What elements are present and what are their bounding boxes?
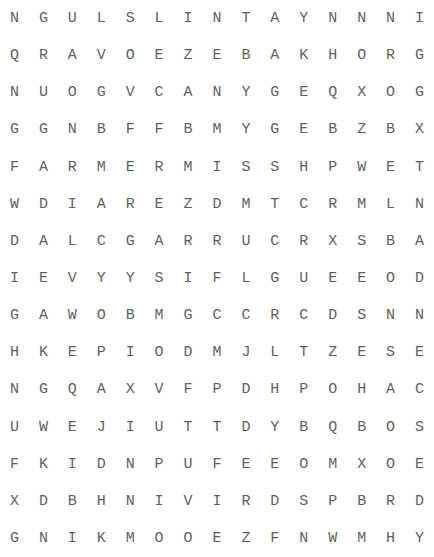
grid-cell-r5c10[interactable]: S bbox=[260, 149, 289, 186]
grid-cell-r8c8[interactable]: F bbox=[203, 260, 232, 297]
grid-cell-r14c10[interactable]: D bbox=[260, 483, 289, 520]
grid-cell-r11c7[interactable]: F bbox=[174, 371, 203, 408]
grid-cell-r14c4[interactable]: H bbox=[87, 483, 116, 520]
grid-cell-r5c14[interactable]: E bbox=[376, 149, 405, 186]
grid-cell-r12c8[interactable]: T bbox=[203, 408, 232, 445]
grid-cell-r14c14[interactable]: R bbox=[376, 483, 405, 520]
grid-cell-r15c15[interactable]: Y bbox=[405, 520, 434, 557]
grid-cell-r7c12[interactable]: X bbox=[318, 223, 347, 260]
grid-cell-r11c12[interactable]: O bbox=[318, 371, 347, 408]
grid-cell-r10c11[interactable]: T bbox=[289, 334, 318, 371]
grid-cell-r7c15[interactable]: A bbox=[405, 223, 434, 260]
grid-cell-r4c10[interactable]: G bbox=[260, 111, 289, 148]
grid-cell-r5c7[interactable]: M bbox=[174, 149, 203, 186]
grid-cell-r9c7[interactable]: G bbox=[174, 297, 203, 334]
grid-cell-r8c10[interactable]: G bbox=[260, 260, 289, 297]
grid-cell-r2c9[interactable]: B bbox=[231, 37, 260, 74]
grid-cell-r3c4[interactable]: G bbox=[87, 74, 116, 111]
grid-cell-r8c12[interactable]: E bbox=[318, 260, 347, 297]
grid-cell-r2c3[interactable]: A bbox=[58, 37, 87, 74]
grid-cell-r13c15[interactable]: E bbox=[405, 446, 434, 483]
grid-cell-r4c8[interactable]: M bbox=[203, 111, 232, 148]
grid-cell-r5c12[interactable]: P bbox=[318, 149, 347, 186]
grid-cell-r4c2[interactable]: G bbox=[29, 111, 58, 148]
grid-cell-r1c7[interactable]: I bbox=[174, 0, 203, 37]
grid-cell-r9c5[interactable]: B bbox=[116, 297, 145, 334]
grid-cell-r5c6[interactable]: R bbox=[145, 149, 174, 186]
grid-cell-r6c6[interactable]: E bbox=[145, 186, 174, 223]
grid-cell-r4c9[interactable]: Y bbox=[231, 111, 260, 148]
grid-cell-r10c13[interactable]: E bbox=[347, 334, 376, 371]
grid-cell-r14c9[interactable]: R bbox=[231, 483, 260, 520]
grid-cell-r11c4[interactable]: A bbox=[87, 371, 116, 408]
grid-cell-r10c7[interactable]: D bbox=[174, 334, 203, 371]
grid-cell-r12c6[interactable]: U bbox=[145, 408, 174, 445]
grid-cell-r8c1[interactable]: I bbox=[0, 260, 29, 297]
grid-cell-r3c1[interactable]: N bbox=[0, 74, 29, 111]
grid-cell-r9c3[interactable]: W bbox=[58, 297, 87, 334]
grid-cell-r14c11[interactable]: S bbox=[289, 483, 318, 520]
grid-cell-r4c15[interactable]: X bbox=[405, 111, 434, 148]
grid-cell-r13c7[interactable]: U bbox=[174, 446, 203, 483]
grid-cell-r7c4[interactable]: C bbox=[87, 223, 116, 260]
grid-cell-r9c9[interactable]: C bbox=[231, 297, 260, 334]
grid-cell-r14c12[interactable]: P bbox=[318, 483, 347, 520]
grid-cell-r7c1[interactable]: D bbox=[0, 223, 29, 260]
grid-cell-r11c11[interactable]: P bbox=[289, 371, 318, 408]
grid-cell-r14c13[interactable]: B bbox=[347, 483, 376, 520]
grid-cell-r13c6[interactable]: P bbox=[145, 446, 174, 483]
grid-cell-r12c2[interactable]: W bbox=[29, 408, 58, 445]
grid-cell-r9c6[interactable]: M bbox=[145, 297, 174, 334]
grid-cell-r7c2[interactable]: A bbox=[29, 223, 58, 260]
grid-cell-r14c3[interactable]: B bbox=[58, 483, 87, 520]
grid-cell-r1c13[interactable]: N bbox=[347, 0, 376, 37]
grid-cell-r12c7[interactable]: T bbox=[174, 408, 203, 445]
grid-cell-r2c6[interactable]: E bbox=[145, 37, 174, 74]
grid-cell-r5c1[interactable]: F bbox=[0, 149, 29, 186]
grid-cell-r6c2[interactable]: D bbox=[29, 186, 58, 223]
grid-cell-r7c11[interactable]: R bbox=[289, 223, 318, 260]
grid-cell-r12c14[interactable]: O bbox=[376, 408, 405, 445]
grid-cell-r12c9[interactable]: D bbox=[231, 408, 260, 445]
grid-cell-r6c1[interactable]: W bbox=[0, 186, 29, 223]
grid-cell-r11c3[interactable]: Q bbox=[58, 371, 87, 408]
grid-cell-r8c9[interactable]: L bbox=[231, 260, 260, 297]
grid-cell-r13c9[interactable]: E bbox=[231, 446, 260, 483]
grid-cell-r3c7[interactable]: A bbox=[174, 74, 203, 111]
grid-cell-r2c13[interactable]: O bbox=[347, 37, 376, 74]
grid-cell-r4c3[interactable]: N bbox=[58, 111, 87, 148]
grid-cell-r3c8[interactable]: N bbox=[203, 74, 232, 111]
grid-cell-r2c8[interactable]: E bbox=[203, 37, 232, 74]
grid-cell-r6c12[interactable]: R bbox=[318, 186, 347, 223]
grid-cell-r5c2[interactable]: A bbox=[29, 149, 58, 186]
grid-cell-r15c14[interactable]: H bbox=[376, 520, 405, 557]
grid-cell-r13c13[interactable]: X bbox=[347, 446, 376, 483]
grid-cell-r8c7[interactable]: I bbox=[174, 260, 203, 297]
grid-cell-r14c8[interactable]: I bbox=[203, 483, 232, 520]
grid-cell-r2c11[interactable]: K bbox=[289, 37, 318, 74]
grid-cell-r8c11[interactable]: U bbox=[289, 260, 318, 297]
grid-cell-r5c3[interactable]: R bbox=[58, 149, 87, 186]
grid-cell-r12c10[interactable]: Y bbox=[260, 408, 289, 445]
grid-cell-r8c14[interactable]: O bbox=[376, 260, 405, 297]
grid-cell-r6c15[interactable]: N bbox=[405, 186, 434, 223]
grid-cell-r7c6[interactable]: A bbox=[145, 223, 174, 260]
grid-cell-r13c12[interactable]: M bbox=[318, 446, 347, 483]
grid-cell-r4c12[interactable]: B bbox=[318, 111, 347, 148]
grid-cell-r12c1[interactable]: U bbox=[0, 408, 29, 445]
grid-cell-r9c11[interactable]: C bbox=[289, 297, 318, 334]
grid-cell-r3c5[interactable]: V bbox=[116, 74, 145, 111]
grid-cell-r7c5[interactable]: G bbox=[116, 223, 145, 260]
grid-cell-r2c10[interactable]: A bbox=[260, 37, 289, 74]
grid-cell-r14c6[interactable]: I bbox=[145, 483, 174, 520]
grid-cell-r1c12[interactable]: N bbox=[318, 0, 347, 37]
grid-cell-r2c15[interactable]: G bbox=[405, 37, 434, 74]
grid-cell-r14c7[interactable]: V bbox=[174, 483, 203, 520]
grid-cell-r13c3[interactable]: I bbox=[58, 446, 87, 483]
grid-cell-r13c10[interactable]: E bbox=[260, 446, 289, 483]
grid-cell-r13c14[interactable]: O bbox=[376, 446, 405, 483]
grid-cell-r7c7[interactable]: R bbox=[174, 223, 203, 260]
grid-cell-r3c15[interactable]: G bbox=[405, 74, 434, 111]
grid-cell-r12c5[interactable]: I bbox=[116, 408, 145, 445]
grid-cell-r12c4[interactable]: J bbox=[87, 408, 116, 445]
grid-cell-r5c8[interactable]: I bbox=[203, 149, 232, 186]
grid-cell-r1c5[interactable]: S bbox=[116, 0, 145, 37]
grid-cell-r11c15[interactable]: C bbox=[405, 371, 434, 408]
grid-cell-r5c5[interactable]: E bbox=[116, 149, 145, 186]
grid-cell-r2c5[interactable]: O bbox=[116, 37, 145, 74]
grid-cell-r1c9[interactable]: T bbox=[231, 0, 260, 37]
grid-cell-r15c4[interactable]: K bbox=[87, 520, 116, 557]
grid-cell-r2c1[interactable]: Q bbox=[0, 37, 29, 74]
grid-cell-r6c4[interactable]: A bbox=[87, 186, 116, 223]
grid-cell-r10c2[interactable]: K bbox=[29, 334, 58, 371]
grid-cell-r1c14[interactable]: N bbox=[376, 0, 405, 37]
grid-cell-r14c15[interactable]: D bbox=[405, 483, 434, 520]
grid-cell-r10c6[interactable]: O bbox=[145, 334, 174, 371]
grid-cell-r6c7[interactable]: Z bbox=[174, 186, 203, 223]
grid-cell-r13c4[interactable]: D bbox=[87, 446, 116, 483]
grid-cell-r7c9[interactable]: U bbox=[231, 223, 260, 260]
grid-cell-r15c1[interactable]: G bbox=[0, 520, 29, 557]
grid-cell-r7c10[interactable]: C bbox=[260, 223, 289, 260]
grid-cell-r1c10[interactable]: A bbox=[260, 0, 289, 37]
grid-cell-r2c4[interactable]: V bbox=[87, 37, 116, 74]
grid-cell-r8c2[interactable]: E bbox=[29, 260, 58, 297]
grid-cell-r10c15[interactable]: E bbox=[405, 334, 434, 371]
grid-cell-r9c8[interactable]: C bbox=[203, 297, 232, 334]
grid-cell-r6c9[interactable]: M bbox=[231, 186, 260, 223]
grid-cell-r3c6[interactable]: C bbox=[145, 74, 174, 111]
grid-cell-r4c6[interactable]: F bbox=[145, 111, 174, 148]
grid-cell-r4c14[interactable]: B bbox=[376, 111, 405, 148]
grid-cell-r10c3[interactable]: E bbox=[58, 334, 87, 371]
grid-cell-r11c10[interactable]: H bbox=[260, 371, 289, 408]
grid-cell-r13c1[interactable]: F bbox=[0, 446, 29, 483]
grid-cell-r8c15[interactable]: D bbox=[405, 260, 434, 297]
grid-cell-r15c12[interactable]: W bbox=[318, 520, 347, 557]
grid-cell-r9c13[interactable]: S bbox=[347, 297, 376, 334]
grid-cell-r6c14[interactable]: L bbox=[376, 186, 405, 223]
grid-cell-r7c13[interactable]: S bbox=[347, 223, 376, 260]
grid-cell-r10c12[interactable]: Z bbox=[318, 334, 347, 371]
grid-cell-r1c8[interactable]: N bbox=[203, 0, 232, 37]
grid-cell-r11c9[interactable]: D bbox=[231, 371, 260, 408]
grid-cell-r6c3[interactable]: I bbox=[58, 186, 87, 223]
grid-cell-r11c14[interactable]: A bbox=[376, 371, 405, 408]
grid-cell-r9c12[interactable]: D bbox=[318, 297, 347, 334]
grid-cell-r1c3[interactable]: U bbox=[58, 0, 87, 37]
grid-cell-r8c13[interactable]: E bbox=[347, 260, 376, 297]
grid-cell-r5c15[interactable]: T bbox=[405, 149, 434, 186]
grid-cell-r15c13[interactable]: M bbox=[347, 520, 376, 557]
grid-cell-r15c5[interactable]: M bbox=[116, 520, 145, 557]
grid-cell-r15c2[interactable]: N bbox=[29, 520, 58, 557]
grid-cell-r8c6[interactable]: S bbox=[145, 260, 174, 297]
grid-cell-r3c3[interactable]: O bbox=[58, 74, 87, 111]
word-search-grid: NGULSLINTAYNNNIQRAVOEZEBAKHORGNUOGVCANYG… bbox=[0, 0, 434, 557]
grid-cell-r13c8[interactable]: F bbox=[203, 446, 232, 483]
grid-cell-r4c4[interactable]: B bbox=[87, 111, 116, 148]
grid-cell-r5c13[interactable]: W bbox=[347, 149, 376, 186]
grid-cell-r6c5[interactable]: R bbox=[116, 186, 145, 223]
grid-cell-r10c10[interactable]: L bbox=[260, 334, 289, 371]
grid-cell-r10c4[interactable]: P bbox=[87, 334, 116, 371]
grid-cell-r11c2[interactable]: G bbox=[29, 371, 58, 408]
grid-cell-r9c1[interactable]: G bbox=[0, 297, 29, 334]
grid-cell-r9c4[interactable]: O bbox=[87, 297, 116, 334]
grid-cell-r14c2[interactable]: D bbox=[29, 483, 58, 520]
grid-cell-r2c2[interactable]: R bbox=[29, 37, 58, 74]
grid-cell-r3c11[interactable]: E bbox=[289, 74, 318, 111]
grid-cell-r10c14[interactable]: S bbox=[376, 334, 405, 371]
grid-cell-r6c13[interactable]: M bbox=[347, 186, 376, 223]
grid-cell-r12c15[interactable]: S bbox=[405, 408, 434, 445]
grid-cell-r11c8[interactable]: P bbox=[203, 371, 232, 408]
grid-cell-r9c10[interactable]: R bbox=[260, 297, 289, 334]
grid-cell-r9c15[interactable]: N bbox=[405, 297, 434, 334]
grid-cell-r10c1[interactable]: H bbox=[0, 334, 29, 371]
grid-cell-r3c13[interactable]: X bbox=[347, 74, 376, 111]
grid-cell-r3c14[interactable]: O bbox=[376, 74, 405, 111]
grid-cell-r15c9[interactable]: Z bbox=[231, 520, 260, 557]
grid-cell-r15c8[interactable]: E bbox=[203, 520, 232, 557]
grid-cell-r11c1[interactable]: N bbox=[0, 371, 29, 408]
grid-cell-r14c1[interactable]: X bbox=[0, 483, 29, 520]
grid-cell-r10c8[interactable]: M bbox=[203, 334, 232, 371]
grid-cell-r3c2[interactable]: U bbox=[29, 74, 58, 111]
grid-cell-r1c15[interactable]: I bbox=[405, 0, 434, 37]
grid-cell-r9c2[interactable]: A bbox=[29, 297, 58, 334]
grid-cell-r8c5[interactable]: Y bbox=[116, 260, 145, 297]
grid-cell-r7c8[interactable]: R bbox=[203, 223, 232, 260]
grid-cell-r14c5[interactable]: N bbox=[116, 483, 145, 520]
grid-cell-r12c12[interactable]: Q bbox=[318, 408, 347, 445]
grid-cell-r4c1[interactable]: G bbox=[0, 111, 29, 148]
grid-cell-r3c10[interactable]: G bbox=[260, 74, 289, 111]
grid-cell-r9c14[interactable]: N bbox=[376, 297, 405, 334]
grid-cell-r8c3[interactable]: V bbox=[58, 260, 87, 297]
grid-cell-r13c11[interactable]: O bbox=[289, 446, 318, 483]
grid-cell-r6c10[interactable]: T bbox=[260, 186, 289, 223]
grid-cell-r15c3[interactable]: I bbox=[58, 520, 87, 557]
grid-cell-r3c12[interactable]: Q bbox=[318, 74, 347, 111]
grid-cell-r7c14[interactable]: B bbox=[376, 223, 405, 260]
grid-cell-r11c6[interactable]: V bbox=[145, 371, 174, 408]
grid-cell-r5c11[interactable]: H bbox=[289, 149, 318, 186]
grid-cell-r6c11[interactable]: C bbox=[289, 186, 318, 223]
grid-cell-r11c5[interactable]: X bbox=[116, 371, 145, 408]
grid-cell-r5c4[interactable]: M bbox=[87, 149, 116, 186]
grid-cell-r15c7[interactable]: O bbox=[174, 520, 203, 557]
grid-cell-r13c2[interactable]: K bbox=[29, 446, 58, 483]
grid-cell-r2c7[interactable]: Z bbox=[174, 37, 203, 74]
grid-cell-r5c9[interactable]: S bbox=[231, 149, 260, 186]
grid-cell-r13c5[interactable]: N bbox=[116, 446, 145, 483]
grid-cell-r4c7[interactable]: B bbox=[174, 111, 203, 148]
grid-cell-r3c9[interactable]: Y bbox=[231, 74, 260, 111]
grid-cell-r1c4[interactable]: L bbox=[87, 0, 116, 37]
grid-cell-r15c11[interactable]: N bbox=[289, 520, 318, 557]
grid-cell-r12c11[interactable]: B bbox=[289, 408, 318, 445]
grid-cell-r2c12[interactable]: H bbox=[318, 37, 347, 74]
grid-cell-r15c6[interactable]: O bbox=[145, 520, 174, 557]
grid-cell-r10c5[interactable]: I bbox=[116, 334, 145, 371]
grid-cell-r10c9[interactable]: J bbox=[231, 334, 260, 371]
grid-cell-r4c13[interactable]: Z bbox=[347, 111, 376, 148]
grid-cell-r6c8[interactable]: D bbox=[203, 186, 232, 223]
grid-cell-r8c4[interactable]: Y bbox=[87, 260, 116, 297]
grid-cell-r1c2[interactable]: G bbox=[29, 0, 58, 37]
grid-cell-r1c6[interactable]: L bbox=[145, 0, 174, 37]
grid-cell-r15c10[interactable]: F bbox=[260, 520, 289, 557]
grid-cell-r2c14[interactable]: R bbox=[376, 37, 405, 74]
grid-cell-r4c11[interactable]: E bbox=[289, 111, 318, 148]
grid-cell-r4c5[interactable]: F bbox=[116, 111, 145, 148]
grid-cell-r1c11[interactable]: Y bbox=[289, 0, 318, 37]
grid-cell-r7c3[interactable]: L bbox=[58, 223, 87, 260]
grid-cell-r12c13[interactable]: B bbox=[347, 408, 376, 445]
grid-cell-r12c3[interactable]: E bbox=[58, 408, 87, 445]
grid-cell-r1c1[interactable]: N bbox=[0, 0, 29, 37]
grid-cell-r11c13[interactable]: H bbox=[347, 371, 376, 408]
